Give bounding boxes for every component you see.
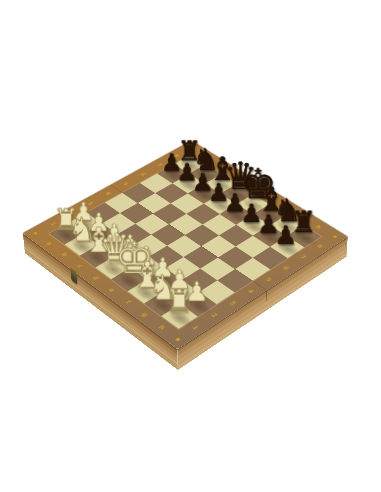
white-rook: ♜ [165,286,191,317]
gold-corner-dot [332,235,338,239]
board-frame: ♜♞♝♛♚♝♞♜♟♟♟♟♟♟♟♟♟♟♟♟♟♟♟♟♜♞♝♛♚♝♞♜ abcdefg… [23,141,348,350]
fold-seam-edge [266,290,268,311]
black-pawn: ♟ [274,223,298,248]
gold-corner-dot [175,337,181,341]
gold-corner-dot [33,232,39,236]
board-scene: ♜♞♝♛♚♝♞♜♟♟♟♟♟♟♟♟♟♟♟♟♟♟♟♟♜♞♝♛♚♝♞♜ abcdefg… [0,0,381,492]
chess-board: ♜♞♝♛♚♝♞♜♟♟♟♟♟♟♟♟♟♟♟♟♟♟♟♟♜♞♝♛♚♝♞♜ abcdefg… [23,141,348,350]
product-photo: ♜♞♝♛♚♝♞♜♟♟♟♟♟♟♟♟♟♟♟♟♟♟♟♟♜♞♝♛♚♝♞♜ abcdefg… [0,0,381,492]
